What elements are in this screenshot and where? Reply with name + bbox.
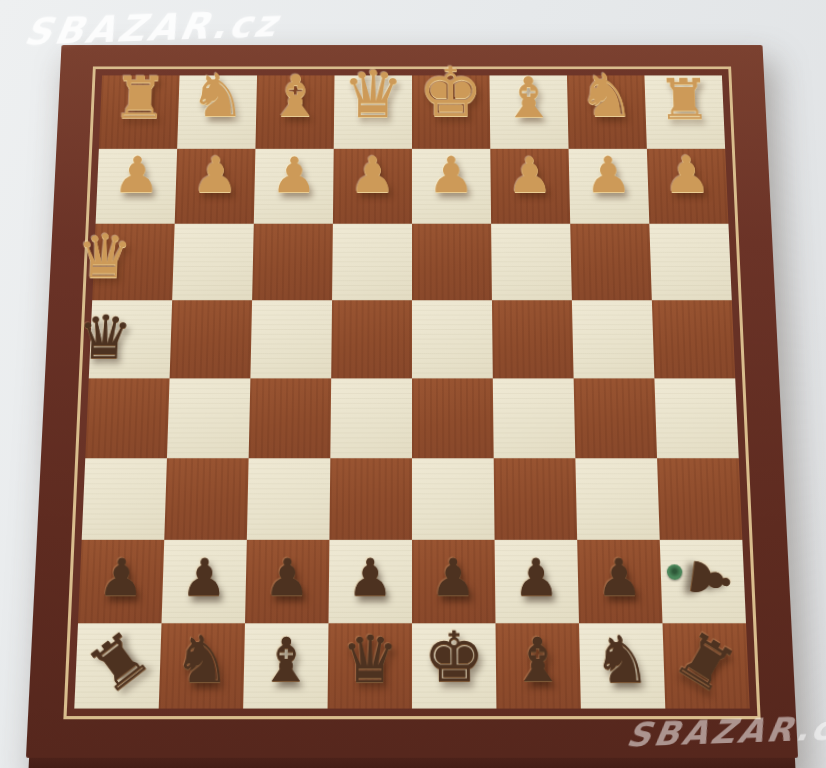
spare-dark-queen-a5: ♛ [63,298,147,376]
square-b7: ♟ [175,149,256,224]
square-f5 [492,300,574,378]
dark-knight-b1: ♞ [159,617,245,702]
light-pawn-h7: ♟ [646,138,727,213]
square-c3 [247,458,330,540]
light-pawn-f7: ♟ [490,138,570,213]
square-h6 [649,224,731,301]
square-c5 [250,300,332,378]
light-bishop-c8: ♝ [256,59,335,132]
light-knight-b8: ♞ [178,59,258,132]
square-g5 [572,300,655,378]
square-d1: ♛ [328,623,412,708]
board-frame: ♜♞♝♛♚♝♞♜♟♟♟♟♟♟♟♟♛♛♟♟♟♟♟♟♟♟♜♞♝♛♚♝♞♜ [26,45,798,758]
square-d5 [331,300,412,378]
square-c6 [252,224,333,301]
square-c2: ♟ [245,540,329,623]
square-a3 [82,458,167,540]
light-king-e8: ♚ [412,56,490,129]
square-b2: ♟ [162,540,247,623]
square-f2: ♟ [495,540,579,623]
square-h5 [652,300,735,378]
square-f4 [493,378,576,458]
square-b1: ♞ [159,623,245,708]
dark-knight-g1: ♞ [579,617,665,702]
square-a6: ♛ [92,224,174,301]
light-pawn-d7: ♟ [333,138,412,213]
light-bishop-f8: ♝ [489,61,568,134]
dark-pawn-f2: ♟ [495,536,579,619]
dark-pawn-h2: ♟ [664,531,757,628]
square-e7: ♟ [412,149,491,224]
square-f3 [494,458,577,540]
square-a7: ♟ [96,149,178,224]
square-c7: ♟ [254,149,334,224]
square-a5: ♛ [89,300,172,378]
square-h7: ♟ [647,149,729,224]
square-b5 [170,300,253,378]
square-b3 [164,458,248,540]
dark-bishop-c1: ♝ [243,617,328,702]
chessboard-scene: ♜♞♝♛♚♝♞♜♟♟♟♟♟♟♟♟♛♛♟♟♟♟♟♟♟♟♜♞♝♛♚♝♞♜ [25,45,800,768]
square-c4 [249,378,332,458]
square-e3 [412,458,495,540]
dark-pawn-d2: ♟ [329,536,412,619]
dark-king-e1: ♚ [412,615,496,700]
square-d6 [332,224,412,301]
square-h3 [657,458,742,540]
light-rook-a8: ♜ [100,61,181,134]
chess-board: ♜♞♝♛♚♝♞♜♟♟♟♟♟♟♟♟♛♛♟♟♟♟♟♟♟♟♜♞♝♛♚♝♞♜ [74,75,749,708]
square-e5 [412,300,493,378]
square-g4 [574,378,657,458]
dark-pawn-b2: ♟ [162,536,247,619]
light-rook-h8: ♜ [644,63,725,136]
light-knight-g8: ♞ [567,59,647,132]
dark-pawn-e2: ♟ [412,536,495,619]
square-f6 [491,224,572,301]
square-b4 [167,378,250,458]
square-e4 [412,378,494,458]
light-pawn-g7: ♟ [568,138,649,213]
dark-pawn-g2: ♟ [577,536,662,619]
board-side-edge [28,758,796,768]
square-f1: ♝ [495,623,580,708]
light-pawn-c7: ♟ [254,138,334,213]
board-inlay-border: ♜♞♝♛♚♝♞♜♟♟♟♟♟♟♟♟♛♛♟♟♟♟♟♟♟♟♜♞♝♛♚♝♞♜ [63,66,760,719]
square-d7: ♟ [333,149,412,224]
light-pawn-b7: ♟ [175,138,256,213]
square-g6 [570,224,652,301]
square-d2: ♟ [329,540,412,623]
square-c1: ♝ [243,623,328,708]
dark-bishop-f1: ♝ [495,617,580,702]
square-g7: ♟ [569,149,650,224]
light-pawn-a7: ♟ [96,138,177,213]
square-h4 [654,378,738,458]
square-e1: ♚ [412,623,496,708]
light-pawn-e7: ♟ [412,138,491,213]
square-b6 [172,224,254,301]
square-a4 [85,378,169,458]
light-queen-d8: ♛ [334,58,412,131]
square-e2: ♟ [412,540,495,623]
square-d4 [330,378,412,458]
square-d3 [329,458,412,540]
square-f7: ♟ [490,149,570,224]
spare-light-queen-a6: ♛ [63,218,146,294]
dark-pawn-c2: ♟ [245,536,329,619]
square-a1: ♜ [74,623,161,708]
square-h1: ♜ [662,623,749,708]
dark-queen-d1: ♛ [328,617,412,702]
square-e6 [412,224,492,301]
square-g3 [575,458,659,540]
square-g2: ♟ [577,540,662,623]
